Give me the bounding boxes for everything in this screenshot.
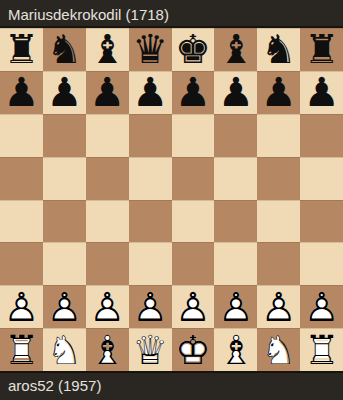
piece-black-knight[interactable]: ♞ bbox=[46, 29, 82, 69]
square-c3[interactable] bbox=[86, 242, 129, 285]
square-d8[interactable]: ♛ bbox=[129, 28, 172, 71]
square-b1[interactable]: ♞♘ bbox=[43, 328, 86, 371]
square-e3[interactable] bbox=[172, 242, 215, 285]
square-g8[interactable]: ♞ bbox=[257, 28, 300, 71]
square-f6[interactable] bbox=[214, 114, 257, 157]
square-h5[interactable] bbox=[300, 157, 343, 200]
piece-outline: ♖ bbox=[304, 330, 340, 370]
piece-black-pawn[interactable]: ♟ bbox=[4, 72, 40, 112]
square-c1[interactable]: ♝♗ bbox=[86, 328, 129, 371]
square-d4[interactable] bbox=[129, 200, 172, 243]
square-h8[interactable]: ♜ bbox=[300, 28, 343, 71]
square-c5[interactable] bbox=[86, 157, 129, 200]
square-f8[interactable]: ♝ bbox=[214, 28, 257, 71]
piece-white-bishop[interactable]: ♝♗ bbox=[218, 330, 254, 370]
piece-outline: ♙ bbox=[261, 287, 297, 327]
square-g2[interactable]: ♟♙ bbox=[257, 285, 300, 328]
square-h1[interactable]: ♜♖ bbox=[300, 328, 343, 371]
piece-outline: ♙ bbox=[304, 287, 340, 327]
piece-outline: ♗ bbox=[89, 330, 125, 370]
piece-outline: ♙ bbox=[175, 287, 211, 327]
piece-black-rook[interactable]: ♜ bbox=[304, 29, 340, 69]
piece-white-pawn[interactable]: ♟♙ bbox=[261, 287, 297, 327]
square-c6[interactable] bbox=[86, 114, 129, 157]
square-b2[interactable]: ♟♙ bbox=[43, 285, 86, 328]
square-c7[interactable]: ♟ bbox=[86, 71, 129, 114]
square-b5[interactable] bbox=[43, 157, 86, 200]
piece-black-bishop[interactable]: ♝ bbox=[218, 29, 254, 69]
piece-black-pawn[interactable]: ♟ bbox=[218, 72, 254, 112]
player-name-rating: aros52 (1957) bbox=[8, 377, 101, 394]
piece-black-pawn[interactable]: ♟ bbox=[89, 72, 125, 112]
piece-outline: ♙ bbox=[4, 287, 40, 327]
square-a2[interactable]: ♟♙ bbox=[0, 285, 43, 328]
piece-black-knight[interactable]: ♞ bbox=[261, 29, 297, 69]
square-d3[interactable] bbox=[129, 242, 172, 285]
piece-outline: ♘ bbox=[261, 330, 297, 370]
player-bar: aros52 (1957) bbox=[0, 371, 343, 400]
piece-white-pawn[interactable]: ♟♙ bbox=[89, 287, 125, 327]
square-g6[interactable] bbox=[257, 114, 300, 157]
square-e6[interactable] bbox=[172, 114, 215, 157]
square-f3[interactable] bbox=[214, 242, 257, 285]
chess-board[interactable]: ♜♞♝♛♚♝♞♜♟♟♟♟♟♟♟♟♟♙♟♙♟♙♟♙♟♙♟♙♟♙♟♙♜♖♞♘♝♗♛♕… bbox=[0, 28, 343, 371]
square-a1[interactable]: ♜♖ bbox=[0, 328, 43, 371]
piece-white-pawn[interactable]: ♟♙ bbox=[304, 287, 340, 327]
piece-black-bishop[interactable]: ♝ bbox=[89, 29, 125, 69]
chess-game-screen: Mariusdekrokodil (1718) ♜♞♝♛♚♝♞♜♟♟♟♟♟♟♟♟… bbox=[0, 0, 343, 400]
square-b7[interactable]: ♟ bbox=[43, 71, 86, 114]
piece-white-knight[interactable]: ♞♘ bbox=[261, 330, 297, 370]
piece-black-pawn[interactable]: ♟ bbox=[304, 72, 340, 112]
square-f2[interactable]: ♟♙ bbox=[214, 285, 257, 328]
square-e7[interactable]: ♟ bbox=[172, 71, 215, 114]
piece-black-pawn[interactable]: ♟ bbox=[46, 72, 82, 112]
square-g1[interactable]: ♞♘ bbox=[257, 328, 300, 371]
square-d2[interactable]: ♟♙ bbox=[129, 285, 172, 328]
square-d5[interactable] bbox=[129, 157, 172, 200]
piece-black-pawn[interactable]: ♟ bbox=[175, 72, 211, 112]
piece-white-knight[interactable]: ♞♘ bbox=[46, 330, 82, 370]
piece-outline: ♔ bbox=[175, 330, 211, 370]
piece-white-rook[interactable]: ♜♖ bbox=[4, 330, 40, 370]
piece-outline: ♖ bbox=[4, 330, 40, 370]
piece-black-pawn[interactable]: ♟ bbox=[261, 72, 297, 112]
piece-outline: ♙ bbox=[46, 287, 82, 327]
square-f5[interactable] bbox=[214, 157, 257, 200]
piece-outline: ♕ bbox=[132, 330, 168, 370]
piece-white-pawn[interactable]: ♟♙ bbox=[4, 287, 40, 327]
square-d6[interactable] bbox=[129, 114, 172, 157]
square-a6[interactable] bbox=[0, 114, 43, 157]
piece-white-rook[interactable]: ♜♖ bbox=[304, 330, 340, 370]
square-h4[interactable] bbox=[300, 200, 343, 243]
opponent-name-rating: Mariusdekrokodil (1718) bbox=[8, 6, 169, 23]
piece-white-pawn[interactable]: ♟♙ bbox=[175, 287, 211, 327]
piece-outline: ♗ bbox=[218, 330, 254, 370]
square-g7[interactable]: ♟ bbox=[257, 71, 300, 114]
square-f7[interactable]: ♟ bbox=[214, 71, 257, 114]
opponent-bar: Mariusdekrokodil (1718) bbox=[0, 0, 343, 28]
square-b4[interactable] bbox=[43, 200, 86, 243]
piece-outline: ♙ bbox=[218, 287, 254, 327]
square-e5[interactable] bbox=[172, 157, 215, 200]
square-f4[interactable] bbox=[214, 200, 257, 243]
square-c2[interactable]: ♟♙ bbox=[86, 285, 129, 328]
square-f1[interactable]: ♝♗ bbox=[214, 328, 257, 371]
piece-white-pawn[interactable]: ♟♙ bbox=[46, 287, 82, 327]
square-e8[interactable]: ♚ bbox=[172, 28, 215, 71]
square-c8[interactable]: ♝ bbox=[86, 28, 129, 71]
piece-black-pawn[interactable]: ♟ bbox=[132, 72, 168, 112]
piece-white-queen[interactable]: ♛♕ bbox=[132, 330, 168, 370]
square-a5[interactable] bbox=[0, 157, 43, 200]
piece-white-bishop[interactable]: ♝♗ bbox=[89, 330, 125, 370]
piece-outline: ♘ bbox=[46, 330, 82, 370]
square-h2[interactable]: ♟♙ bbox=[300, 285, 343, 328]
piece-white-pawn[interactable]: ♟♙ bbox=[132, 287, 168, 327]
square-h3[interactable] bbox=[300, 242, 343, 285]
piece-black-king[interactable]: ♚ bbox=[175, 29, 211, 69]
square-d1[interactable]: ♛♕ bbox=[129, 328, 172, 371]
square-b6[interactable] bbox=[43, 114, 86, 157]
piece-white-pawn[interactable]: ♟♙ bbox=[218, 287, 254, 327]
square-g5[interactable] bbox=[257, 157, 300, 200]
square-a3[interactable] bbox=[0, 242, 43, 285]
square-a7[interactable]: ♟ bbox=[0, 71, 43, 114]
square-c4[interactable] bbox=[86, 200, 129, 243]
square-h7[interactable]: ♟ bbox=[300, 71, 343, 114]
square-h6[interactable] bbox=[300, 114, 343, 157]
piece-outline: ♙ bbox=[132, 287, 168, 327]
piece-white-king[interactable]: ♚♔ bbox=[175, 330, 211, 370]
square-g3[interactable] bbox=[257, 242, 300, 285]
square-e1[interactable]: ♚♔ bbox=[172, 328, 215, 371]
square-b8[interactable]: ♞ bbox=[43, 28, 86, 71]
square-a8[interactable]: ♜ bbox=[0, 28, 43, 71]
square-a4[interactable] bbox=[0, 200, 43, 243]
piece-black-queen[interactable]: ♛ bbox=[132, 29, 168, 69]
square-e2[interactable]: ♟♙ bbox=[172, 285, 215, 328]
square-e4[interactable] bbox=[172, 200, 215, 243]
piece-outline: ♙ bbox=[89, 287, 125, 327]
square-d7[interactable]: ♟ bbox=[129, 71, 172, 114]
piece-black-rook[interactable]: ♜ bbox=[4, 29, 40, 69]
square-b3[interactable] bbox=[43, 242, 86, 285]
square-g4[interactable] bbox=[257, 200, 300, 243]
